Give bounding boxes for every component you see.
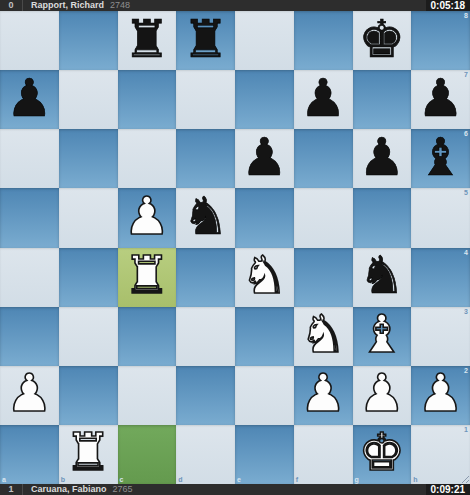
- square-g7[interactable]: [353, 70, 412, 129]
- piece-white-pawn: ♟: [124, 190, 171, 242]
- resize-handle-icon[interactable]: [460, 474, 469, 483]
- piece-white-pawn: ♟: [417, 367, 464, 419]
- square-g1[interactable]: ♚g: [353, 425, 412, 484]
- square-g8[interactable]: ♚: [353, 11, 412, 70]
- top-board-index: 0: [0, 0, 23, 11]
- square-h7[interactable]: ♟7: [411, 70, 470, 129]
- square-f6[interactable]: [294, 129, 353, 188]
- square-e1[interactable]: e: [235, 425, 294, 484]
- top-player-bar[interactable]: 0 Rapport, Richard 2748 0:05:18: [0, 0, 470, 11]
- square-a8[interactable]: [0, 11, 59, 70]
- square-c7[interactable]: [118, 70, 177, 129]
- square-c8[interactable]: ♜: [118, 11, 177, 70]
- rank-label-2: 2: [464, 367, 468, 374]
- square-b1[interactable]: ♜b: [59, 425, 118, 484]
- square-c5[interactable]: ♟: [118, 188, 177, 247]
- bottom-player-name: Caruana, Fabiano: [31, 484, 107, 495]
- square-h4[interactable]: 4: [411, 248, 470, 307]
- piece-black-pawn: ♟: [6, 72, 53, 124]
- piece-white-king: ♚: [359, 426, 406, 478]
- rank-label-6: 6: [464, 130, 468, 137]
- piece-white-bishop: ♝: [359, 308, 406, 360]
- bottom-player-rating: 2765: [113, 484, 133, 495]
- piece-black-rook: ♜: [124, 13, 171, 65]
- square-d8[interactable]: ♜: [176, 11, 235, 70]
- piece-black-pawn: ♟: [300, 72, 347, 124]
- piece-black-rook: ♜: [182, 13, 229, 65]
- square-e7[interactable]: [235, 70, 294, 129]
- square-g4[interactable]: ♞: [353, 248, 412, 307]
- square-h5[interactable]: 5: [411, 188, 470, 247]
- square-e3[interactable]: [235, 307, 294, 366]
- top-player-name: Rapport, Richard: [31, 0, 104, 11]
- square-e6[interactable]: ♟: [235, 129, 294, 188]
- square-c3[interactable]: [118, 307, 177, 366]
- rank-label-7: 7: [464, 71, 468, 78]
- square-f8[interactable]: [294, 11, 353, 70]
- piece-black-pawn: ♟: [241, 131, 288, 183]
- rank-label-5: 5: [464, 189, 468, 196]
- square-h2[interactable]: ♟2: [411, 366, 470, 425]
- bottom-player-clock: 0:09:21: [426, 484, 470, 495]
- piece-black-knight: ♞: [182, 190, 229, 242]
- square-b3[interactable]: [59, 307, 118, 366]
- square-f4[interactable]: [294, 248, 353, 307]
- square-d2[interactable]: [176, 366, 235, 425]
- square-h8[interactable]: 8: [411, 11, 470, 70]
- piece-white-rook: ♜: [65, 426, 112, 478]
- chess-board[interactable]: ♜♜♚8♟♟♟7♟♟♝6♟♞5♜♞♞4♞♝3♟♟♟♟2a♜bcdef♚g1h: [0, 11, 470, 484]
- square-a5[interactable]: [0, 188, 59, 247]
- square-a4[interactable]: [0, 248, 59, 307]
- square-b7[interactable]: [59, 70, 118, 129]
- piece-black-king: ♚: [359, 13, 406, 65]
- piece-white-pawn: ♟: [6, 367, 53, 419]
- piece-white-rook: ♜: [124, 249, 171, 301]
- square-b8[interactable]: [59, 11, 118, 70]
- square-a7[interactable]: ♟: [0, 70, 59, 129]
- top-player-rating: 2748: [110, 0, 130, 11]
- file-label-b: b: [61, 476, 65, 483]
- square-d4[interactable]: [176, 248, 235, 307]
- square-c2[interactable]: [118, 366, 177, 425]
- square-h6[interactable]: ♝6: [411, 129, 470, 188]
- square-c1[interactable]: c: [118, 425, 177, 484]
- square-e4[interactable]: ♞: [235, 248, 294, 307]
- piece-black-pawn: ♟: [417, 72, 464, 124]
- bottom-board-index: 1: [0, 484, 23, 495]
- square-d3[interactable]: [176, 307, 235, 366]
- square-d1[interactable]: d: [176, 425, 235, 484]
- file-label-f: f: [296, 476, 298, 483]
- piece-white-pawn: ♟: [300, 367, 347, 419]
- square-f5[interactable]: [294, 188, 353, 247]
- piece-black-pawn: ♟: [359, 131, 406, 183]
- square-a1[interactable]: a: [0, 425, 59, 484]
- square-a6[interactable]: [0, 129, 59, 188]
- piece-black-bishop: ♝: [417, 131, 464, 183]
- square-f2[interactable]: ♟: [294, 366, 353, 425]
- rank-label-8: 8: [464, 12, 468, 19]
- file-label-a: a: [2, 476, 6, 483]
- file-label-c: c: [120, 476, 124, 483]
- square-f3[interactable]: ♞: [294, 307, 353, 366]
- square-h3[interactable]: 3: [411, 307, 470, 366]
- rank-label-3: 3: [464, 308, 468, 315]
- bottom-player-bar[interactable]: 1 Caruana, Fabiano 2765 0:09:21: [0, 484, 470, 495]
- square-e5[interactable]: [235, 188, 294, 247]
- piece-white-knight: ♞: [241, 249, 288, 301]
- square-d7[interactable]: [176, 70, 235, 129]
- square-a2[interactable]: ♟: [0, 366, 59, 425]
- square-e8[interactable]: [235, 11, 294, 70]
- square-g5[interactable]: [353, 188, 412, 247]
- square-g2[interactable]: ♟: [353, 366, 412, 425]
- square-a3[interactable]: [0, 307, 59, 366]
- square-b5[interactable]: [59, 188, 118, 247]
- piece-white-knight: ♞: [300, 308, 347, 360]
- square-b2[interactable]: [59, 366, 118, 425]
- file-label-d: d: [178, 476, 182, 483]
- square-c4[interactable]: ♜: [118, 248, 177, 307]
- piece-white-pawn: ♟: [359, 367, 406, 419]
- rank-label-4: 4: [464, 249, 468, 256]
- square-c6[interactable]: [118, 129, 177, 188]
- square-d5[interactable]: ♞: [176, 188, 235, 247]
- square-g6[interactable]: ♟: [353, 129, 412, 188]
- square-f1[interactable]: f: [294, 425, 353, 484]
- file-label-h: h: [413, 476, 417, 483]
- top-player-clock: 0:05:18: [426, 0, 470, 11]
- file-label-g: g: [355, 476, 359, 483]
- square-e2[interactable]: [235, 366, 294, 425]
- square-g3[interactable]: ♝: [353, 307, 412, 366]
- rank-label-1: 1: [464, 426, 468, 433]
- square-b4[interactable]: [59, 248, 118, 307]
- square-f7[interactable]: ♟: [294, 70, 353, 129]
- piece-black-knight: ♞: [359, 249, 406, 301]
- square-b6[interactable]: [59, 129, 118, 188]
- file-label-e: e: [237, 476, 241, 483]
- square-d6[interactable]: [176, 129, 235, 188]
